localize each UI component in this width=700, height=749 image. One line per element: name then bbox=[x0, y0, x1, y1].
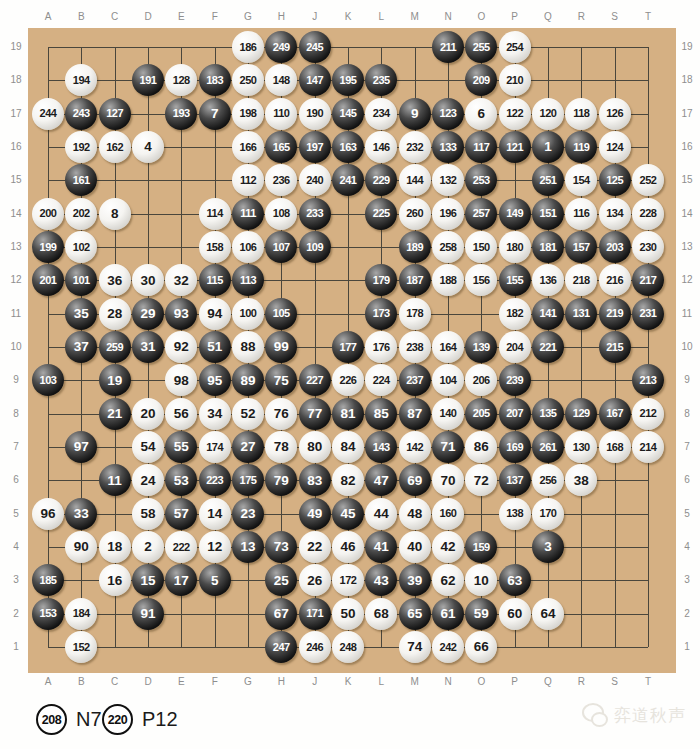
stone-number: 41 bbox=[374, 540, 389, 554]
stone-number: 35 bbox=[74, 307, 89, 321]
stone-Q5: 170 bbox=[532, 498, 564, 530]
stone-number: 55 bbox=[174, 440, 189, 454]
stone-J7: 80 bbox=[299, 431, 331, 463]
stone-number: 141 bbox=[540, 308, 557, 319]
stone-number: 125 bbox=[606, 175, 623, 186]
stone-C4: 18 bbox=[99, 531, 131, 563]
stone-E12: 32 bbox=[165, 264, 197, 296]
stone-M7: 142 bbox=[399, 431, 431, 463]
stone-G8: 52 bbox=[232, 398, 264, 430]
stone-S13: 203 bbox=[599, 231, 631, 263]
coord-left-5: 5 bbox=[13, 509, 19, 519]
stone-number: 251 bbox=[540, 175, 557, 186]
coord-bottom-R: R bbox=[578, 677, 585, 687]
stone-number: 175 bbox=[240, 475, 257, 486]
stone-E4: 222 bbox=[165, 531, 197, 563]
stone-number: 3 bbox=[544, 540, 552, 554]
stone-K16: 163 bbox=[332, 131, 364, 163]
stone-G17: 198 bbox=[232, 98, 264, 130]
stone-B12: 101 bbox=[65, 264, 97, 296]
stone-number: 4 bbox=[144, 140, 152, 154]
coord-top-C: C bbox=[111, 12, 118, 22]
coord-right-14: 14 bbox=[681, 209, 692, 219]
stone-number: 58 bbox=[140, 507, 155, 521]
stone-number: 246 bbox=[306, 642, 323, 653]
stone-D4: 2 bbox=[132, 531, 164, 563]
stone-H3: 25 bbox=[265, 564, 297, 596]
stone-H11: 105 bbox=[265, 298, 297, 330]
stone-K9: 226 bbox=[332, 364, 364, 396]
coord-top-R: R bbox=[578, 12, 585, 22]
stone-J1: 246 bbox=[299, 631, 331, 663]
stone-J18: 147 bbox=[299, 64, 331, 96]
stone-number: 236 bbox=[273, 175, 290, 186]
stone-number: 90 bbox=[74, 540, 89, 554]
stone-number: 81 bbox=[340, 407, 355, 421]
stone-number: 133 bbox=[440, 142, 457, 153]
stone-number: 72 bbox=[474, 474, 489, 488]
stone-G12: 113 bbox=[232, 264, 264, 296]
stone-number: 234 bbox=[373, 108, 390, 119]
stone-G9: 89 bbox=[232, 364, 264, 396]
coord-top-S: S bbox=[611, 12, 618, 22]
coord-left-16: 16 bbox=[10, 142, 21, 152]
coord-top-F: F bbox=[212, 12, 218, 22]
stone-K4: 46 bbox=[332, 531, 364, 563]
stone-number: 82 bbox=[340, 474, 355, 488]
coord-right-19: 19 bbox=[681, 42, 692, 52]
coord-left-7: 7 bbox=[13, 442, 19, 452]
coord-right-9: 9 bbox=[684, 375, 690, 385]
stone-number: 86 bbox=[474, 440, 489, 454]
stone-number: 47 bbox=[374, 474, 389, 488]
stone-number: 5 bbox=[211, 574, 219, 588]
stone-T14: 228 bbox=[632, 198, 664, 230]
stone-M2: 65 bbox=[399, 598, 431, 630]
stone-B2: 184 bbox=[65, 598, 97, 630]
stone-F14: 114 bbox=[199, 198, 231, 230]
stone-number: 156 bbox=[473, 275, 490, 286]
stone-C3: 16 bbox=[99, 564, 131, 596]
stone-R12: 218 bbox=[565, 264, 597, 296]
stone-number: 211 bbox=[440, 42, 456, 53]
stone-number: 84 bbox=[340, 440, 355, 454]
wechat-bubble-small bbox=[591, 712, 608, 727]
stone-number: 70 bbox=[440, 474, 455, 488]
stone-J13: 109 bbox=[299, 231, 331, 263]
stone-J17: 190 bbox=[299, 98, 331, 130]
stone-M1: 74 bbox=[399, 631, 431, 663]
stone-F10: 51 bbox=[199, 331, 231, 363]
stone-number: 218 bbox=[573, 275, 590, 286]
stone-number: 118 bbox=[573, 108, 589, 119]
stone-E5: 57 bbox=[165, 498, 197, 530]
stone-L4: 41 bbox=[365, 531, 397, 563]
stone-S8: 167 bbox=[599, 398, 631, 430]
stone-S17: 126 bbox=[599, 98, 631, 130]
stone-number: 153 bbox=[40, 608, 57, 619]
stone-P7: 169 bbox=[499, 431, 531, 463]
stone-number: 229 bbox=[373, 175, 390, 186]
stone-number: 30 bbox=[140, 274, 155, 288]
stone-T11: 231 bbox=[632, 298, 664, 330]
annotation-item: 220P12 bbox=[102, 690, 178, 749]
coord-bottom-B: B bbox=[78, 677, 85, 687]
coord-left-10: 10 bbox=[10, 342, 21, 352]
stone-H7: 78 bbox=[265, 431, 297, 463]
stone-number: 75 bbox=[274, 374, 289, 388]
stone-number: 103 bbox=[40, 375, 57, 386]
coord-right-12: 12 bbox=[681, 275, 692, 285]
stone-P13: 180 bbox=[499, 231, 531, 263]
stone-number: 197 bbox=[306, 142, 323, 153]
stone-T7: 214 bbox=[632, 431, 664, 463]
stone-number: 104 bbox=[440, 375, 457, 386]
stone-number: 129 bbox=[573, 408, 590, 419]
stone-R6: 38 bbox=[565, 464, 597, 496]
coord-left-2: 2 bbox=[13, 609, 19, 619]
stone-number: 191 bbox=[140, 75, 157, 86]
stone-number: 136 bbox=[540, 275, 557, 286]
stone-number: 9 bbox=[411, 107, 419, 121]
stone-number: 121 bbox=[506, 142, 523, 153]
stone-Q10: 221 bbox=[532, 331, 564, 363]
stone-number: 40 bbox=[407, 540, 422, 554]
stone-H2: 67 bbox=[265, 598, 297, 630]
stone-number: 65 bbox=[407, 607, 422, 621]
coord-left-1: 1 bbox=[13, 642, 19, 652]
stone-J19: 245 bbox=[299, 31, 331, 63]
coord-top-E: E bbox=[178, 12, 185, 22]
stone-O15: 253 bbox=[465, 164, 497, 196]
grid-line-vertical bbox=[648, 47, 649, 647]
stone-H9: 75 bbox=[265, 364, 297, 396]
annotation-move-circle: 220 bbox=[102, 704, 133, 735]
stone-N6: 70 bbox=[432, 464, 464, 496]
stone-number: 217 bbox=[640, 275, 657, 286]
stone-number: 247 bbox=[273, 642, 290, 653]
stone-K7: 84 bbox=[332, 431, 364, 463]
stone-number: 64 bbox=[540, 607, 555, 621]
stone-number: 163 bbox=[340, 142, 357, 153]
stone-number: 161 bbox=[73, 175, 90, 186]
stone-T9: 213 bbox=[632, 364, 664, 396]
stone-number: 174 bbox=[206, 442, 223, 453]
stone-Q12: 136 bbox=[532, 264, 564, 296]
stone-number: 219 bbox=[606, 308, 623, 319]
stone-number: 167 bbox=[606, 408, 623, 419]
stone-R8: 129 bbox=[565, 398, 597, 430]
stone-E18: 128 bbox=[165, 64, 197, 96]
stone-O14: 257 bbox=[465, 198, 497, 230]
stone-number: 25 bbox=[274, 574, 289, 588]
stone-number: 226 bbox=[340, 375, 357, 386]
annotation-move-circle: 208 bbox=[36, 704, 67, 735]
stone-number: 108 bbox=[273, 208, 290, 219]
stone-number: 95 bbox=[207, 374, 222, 388]
stone-number: 166 bbox=[240, 142, 257, 153]
coord-right-3: 3 bbox=[684, 575, 690, 585]
stone-number: 198 bbox=[240, 108, 257, 119]
stone-number: 183 bbox=[206, 75, 223, 86]
stone-F6: 223 bbox=[199, 464, 231, 496]
coord-bottom-J: J bbox=[312, 677, 317, 687]
stone-number: 93 bbox=[174, 307, 189, 321]
stone-E11: 93 bbox=[165, 298, 197, 330]
stone-O12: 156 bbox=[465, 264, 497, 296]
stone-number: 148 bbox=[273, 75, 290, 86]
stone-M3: 39 bbox=[399, 564, 431, 596]
annotation-point-label: N7 bbox=[76, 708, 102, 731]
stone-M17: 9 bbox=[399, 98, 431, 130]
coord-bottom-M: M bbox=[411, 677, 419, 687]
stone-number: 24 bbox=[140, 474, 155, 488]
stone-number: 126 bbox=[606, 108, 623, 119]
stone-L14: 225 bbox=[365, 198, 397, 230]
stone-G14: 111 bbox=[232, 198, 264, 230]
stone-number: 142 bbox=[406, 442, 423, 453]
stone-L17: 234 bbox=[365, 98, 397, 130]
stone-P6: 137 bbox=[499, 464, 531, 496]
stone-H4: 73 bbox=[265, 531, 297, 563]
stone-number: 19 bbox=[107, 374, 122, 388]
stone-number: 33 bbox=[74, 507, 89, 521]
stone-L2: 68 bbox=[365, 598, 397, 630]
stone-number: 52 bbox=[240, 407, 255, 421]
stone-number: 189 bbox=[406, 242, 423, 253]
stone-P10: 204 bbox=[499, 331, 531, 363]
stone-number: 254 bbox=[506, 42, 523, 53]
coord-top-P: P bbox=[511, 12, 518, 22]
stone-number: 162 bbox=[106, 142, 123, 153]
stone-number: 145 bbox=[340, 108, 357, 119]
stone-number: 50 bbox=[340, 607, 355, 621]
stone-number: 67 bbox=[274, 607, 289, 621]
stone-D7: 54 bbox=[132, 431, 164, 463]
stone-number: 232 bbox=[406, 142, 423, 153]
stone-number: 180 bbox=[506, 242, 523, 253]
stone-O17: 6 bbox=[465, 98, 497, 130]
stone-number: 73 bbox=[274, 540, 289, 554]
stone-number: 225 bbox=[373, 208, 390, 219]
coord-bottom-K: K bbox=[345, 677, 352, 687]
stone-L18: 235 bbox=[365, 64, 397, 96]
stone-number: 123 bbox=[440, 108, 457, 119]
stone-M10: 238 bbox=[399, 331, 431, 363]
stone-number: 53 bbox=[174, 474, 189, 488]
coord-left-18: 18 bbox=[10, 75, 21, 85]
coord-top-T: T bbox=[645, 12, 651, 22]
stone-L12: 179 bbox=[365, 264, 397, 296]
stone-number: 196 bbox=[440, 208, 457, 219]
stone-number: 237 bbox=[406, 375, 423, 386]
stone-number: 56 bbox=[174, 407, 189, 421]
stone-B4: 90 bbox=[65, 531, 97, 563]
stone-number: 97 bbox=[74, 440, 89, 454]
stone-K18: 195 bbox=[332, 64, 364, 96]
stone-S7: 168 bbox=[599, 431, 631, 463]
stone-A13: 199 bbox=[32, 231, 64, 263]
stone-B14: 202 bbox=[65, 198, 97, 230]
stone-R14: 116 bbox=[565, 198, 597, 230]
stone-number: 144 bbox=[406, 175, 423, 186]
stone-K17: 145 bbox=[332, 98, 364, 130]
stone-number: 137 bbox=[506, 475, 523, 486]
stone-number: 261 bbox=[540, 442, 557, 453]
stone-number: 114 bbox=[207, 208, 223, 219]
coord-top-J: J bbox=[312, 12, 317, 22]
stone-J3: 26 bbox=[299, 564, 331, 596]
stone-number: 49 bbox=[307, 507, 322, 521]
coord-right-18: 18 bbox=[681, 75, 692, 85]
stone-number: 171 bbox=[306, 608, 323, 619]
stone-number: 190 bbox=[306, 108, 323, 119]
stone-number: 259 bbox=[106, 342, 123, 353]
stone-number: 119 bbox=[573, 142, 589, 153]
stone-number: 177 bbox=[340, 342, 357, 353]
stone-F3: 5 bbox=[199, 564, 231, 596]
stone-C10: 259 bbox=[99, 331, 131, 363]
stone-number: 71 bbox=[440, 440, 455, 454]
stone-C9: 19 bbox=[99, 364, 131, 396]
stone-number: 113 bbox=[240, 275, 256, 286]
stone-R7: 130 bbox=[565, 431, 597, 463]
stone-G7: 27 bbox=[232, 431, 264, 463]
stone-number: 222 bbox=[173, 542, 190, 553]
stone-number: 23 bbox=[240, 507, 255, 521]
stone-number: 206 bbox=[473, 375, 490, 386]
stone-number: 227 bbox=[306, 375, 323, 386]
stone-number: 10 bbox=[474, 574, 489, 588]
stone-number: 224 bbox=[373, 375, 390, 386]
stone-B5: 33 bbox=[65, 498, 97, 530]
stone-F13: 158 bbox=[199, 231, 231, 263]
coord-bottom-S: S bbox=[611, 677, 618, 687]
stone-Q6: 256 bbox=[532, 464, 564, 496]
stone-O2: 59 bbox=[465, 598, 497, 630]
stone-G15: 112 bbox=[232, 164, 264, 196]
stone-number: 85 bbox=[374, 407, 389, 421]
stone-number: 228 bbox=[640, 208, 657, 219]
stone-H16: 165 bbox=[265, 131, 297, 163]
stone-H6: 79 bbox=[265, 464, 297, 496]
stone-M6: 69 bbox=[399, 464, 431, 496]
coord-top-M: M bbox=[411, 12, 419, 22]
stone-T8: 212 bbox=[632, 398, 664, 430]
stone-number: 48 bbox=[407, 507, 422, 521]
stone-J5: 49 bbox=[299, 498, 331, 530]
stone-number: 76 bbox=[274, 407, 289, 421]
stone-number: 117 bbox=[473, 142, 489, 153]
stone-P5: 138 bbox=[499, 498, 531, 530]
stone-number: 60 bbox=[507, 607, 522, 621]
stone-D12: 30 bbox=[132, 264, 164, 296]
stone-C17: 127 bbox=[99, 98, 131, 130]
stone-C8: 21 bbox=[99, 398, 131, 430]
stone-number: 34 bbox=[207, 407, 222, 421]
stone-number: 172 bbox=[340, 575, 357, 586]
stone-number: 238 bbox=[406, 342, 423, 353]
stone-number: 6 bbox=[478, 107, 486, 121]
stone-number: 235 bbox=[373, 75, 390, 86]
stone-number: 202 bbox=[73, 208, 90, 219]
stone-J15: 240 bbox=[299, 164, 331, 196]
stone-number: 233 bbox=[306, 208, 323, 219]
coord-right-13: 13 bbox=[681, 242, 692, 252]
stone-number: 78 bbox=[274, 440, 289, 454]
stone-number: 178 bbox=[406, 308, 423, 319]
stone-number: 203 bbox=[606, 242, 623, 253]
stone-B13: 102 bbox=[65, 231, 97, 263]
stone-number: 192 bbox=[73, 142, 90, 153]
stone-number: 107 bbox=[273, 242, 290, 253]
stone-number: 169 bbox=[506, 442, 523, 453]
stone-P12: 155 bbox=[499, 264, 531, 296]
coord-left-8: 8 bbox=[13, 409, 19, 419]
stone-N15: 132 bbox=[432, 164, 464, 196]
stone-G5: 23 bbox=[232, 498, 264, 530]
stone-number: 199 bbox=[40, 242, 57, 253]
stone-O13: 150 bbox=[465, 231, 497, 263]
stone-N13: 258 bbox=[432, 231, 464, 263]
stone-O8: 205 bbox=[465, 398, 497, 430]
stone-K5: 45 bbox=[332, 498, 364, 530]
stone-number: 170 bbox=[540, 508, 557, 519]
coord-bottom-L: L bbox=[379, 677, 385, 687]
stone-R13: 157 bbox=[565, 231, 597, 263]
stone-H19: 249 bbox=[265, 31, 297, 63]
stone-B16: 192 bbox=[65, 131, 97, 163]
stone-number: 231 bbox=[640, 308, 657, 319]
stone-number: 128 bbox=[173, 75, 190, 86]
stone-Q4: 3 bbox=[532, 531, 564, 563]
stone-P18: 210 bbox=[499, 64, 531, 96]
stone-number: 249 bbox=[273, 42, 290, 53]
stone-number: 179 bbox=[373, 275, 390, 286]
stone-O10: 139 bbox=[465, 331, 497, 363]
stone-N12: 188 bbox=[432, 264, 464, 296]
stone-F5: 14 bbox=[199, 498, 231, 530]
coord-right-4: 4 bbox=[684, 542, 690, 552]
coord-top-N: N bbox=[444, 12, 451, 22]
coord-right-6: 6 bbox=[684, 475, 690, 485]
stone-number: 159 bbox=[473, 542, 490, 553]
coord-bottom-N: N bbox=[444, 677, 451, 687]
stone-Q16: 1 bbox=[532, 131, 564, 163]
stone-number: 11 bbox=[108, 474, 122, 488]
stone-number: 200 bbox=[40, 208, 57, 219]
coord-right-15: 15 bbox=[681, 175, 692, 185]
coord-left-3: 3 bbox=[13, 575, 19, 585]
stone-B1: 152 bbox=[65, 631, 97, 663]
stone-P2: 60 bbox=[499, 598, 531, 630]
stone-number: 7 bbox=[211, 107, 219, 121]
stone-O4: 159 bbox=[465, 531, 497, 563]
stone-N7: 71 bbox=[432, 431, 464, 463]
stone-number: 230 bbox=[640, 242, 657, 253]
coord-right-8: 8 bbox=[684, 409, 690, 419]
stone-J8: 77 bbox=[299, 398, 331, 430]
stone-N14: 196 bbox=[432, 198, 464, 230]
stone-Q14: 151 bbox=[532, 198, 564, 230]
stone-number: 181 bbox=[540, 242, 557, 253]
stone-number: 173 bbox=[373, 308, 390, 319]
coord-bottom-O: O bbox=[477, 677, 485, 687]
stone-S15: 125 bbox=[599, 164, 631, 196]
stone-Q2: 64 bbox=[532, 598, 564, 630]
stone-number: 187 bbox=[406, 275, 423, 286]
stone-number: 18 bbox=[107, 540, 122, 554]
